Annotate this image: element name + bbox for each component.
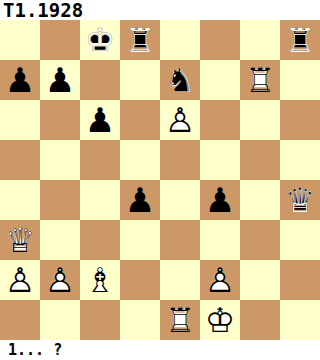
piece-outline: ♙ [200,260,240,300]
white-bishop[interactable]: ♝♗ [80,260,120,300]
square-f8[interactable] [200,20,240,60]
square-a3[interactable]: ♛♕ [0,220,40,260]
piece-outline: ♙ [160,100,200,140]
square-a7[interactable]: ♟ [0,60,40,100]
piece-fill: ♟ [80,100,120,140]
square-g2[interactable] [240,260,280,300]
square-d1[interactable] [120,300,160,340]
white-pawn[interactable]: ♟♙ [160,100,200,140]
black-knight[interactable]: ♞♘ [160,60,200,100]
square-g8[interactable] [240,20,280,60]
piece-outline: ♗ [80,260,120,300]
square-d3[interactable] [120,220,160,260]
square-f2[interactable]: ♟♙ [200,260,240,300]
white-rook[interactable]: ♜♖ [160,300,200,340]
square-d2[interactable] [120,260,160,300]
square-a1[interactable] [0,300,40,340]
square-f4[interactable]: ♟ [200,180,240,220]
square-d6[interactable] [120,100,160,140]
black-queen[interactable]: ♛♕ [280,180,320,220]
square-c1[interactable] [80,300,120,340]
square-b2[interactable]: ♟♙ [40,260,80,300]
black-king[interactable]: ♚♔ [80,20,120,60]
piece-outline: ♔ [200,300,240,340]
black-pawn[interactable]: ♟ [120,180,160,220]
white-queen[interactable]: ♛♕ [0,220,40,260]
square-a2[interactable]: ♟♙ [0,260,40,300]
piece-outline: ♙ [0,260,40,300]
square-c8[interactable]: ♚♔ [80,20,120,60]
move-prompt: 1... ? [0,340,320,360]
square-h1[interactable] [280,300,320,340]
square-h8[interactable]: ♜♖ [280,20,320,60]
piece-outline: ♖ [280,20,320,60]
square-e2[interactable] [160,260,200,300]
square-c5[interactable] [80,140,120,180]
square-e6[interactable]: ♟♙ [160,100,200,140]
square-e7[interactable]: ♞♘ [160,60,200,100]
square-g7[interactable]: ♜♖ [240,60,280,100]
square-h6[interactable] [280,100,320,140]
square-e4[interactable] [160,180,200,220]
white-pawn[interactable]: ♟♙ [40,260,80,300]
square-b7[interactable]: ♟ [40,60,80,100]
white-king[interactable]: ♚♔ [200,300,240,340]
square-e8[interactable] [160,20,200,60]
square-g1[interactable] [240,300,280,340]
white-pawn[interactable]: ♟♙ [0,260,40,300]
square-b1[interactable] [40,300,80,340]
square-a8[interactable] [0,20,40,60]
square-b5[interactable] [40,140,80,180]
square-d8[interactable]: ♜♖ [120,20,160,60]
piece-outline: ♕ [0,220,40,260]
square-h7[interactable] [280,60,320,100]
chess-board: ♚♔♜♖♜♖♟♟♞♘♜♖♟♟♙♟♟♛♕♛♕♟♙♟♙♝♗♟♙♜♖♚♔ [0,20,320,340]
square-a5[interactable] [0,140,40,180]
piece-outline: ♔ [80,20,120,60]
white-pawn[interactable]: ♟♙ [200,260,240,300]
square-c3[interactable] [80,220,120,260]
black-pawn[interactable]: ♟ [200,180,240,220]
square-b8[interactable] [40,20,80,60]
piece-outline: ♖ [120,20,160,60]
piece-fill: ♟ [40,60,80,100]
piece-outline: ♖ [240,60,280,100]
black-rook[interactable]: ♜♖ [120,20,160,60]
square-a4[interactable] [0,180,40,220]
black-pawn[interactable]: ♟ [40,60,80,100]
square-h2[interactable] [280,260,320,300]
square-g3[interactable] [240,220,280,260]
square-g4[interactable] [240,180,280,220]
piece-fill: ♟ [0,60,40,100]
square-f1[interactable]: ♚♔ [200,300,240,340]
square-f6[interactable] [200,100,240,140]
square-d7[interactable] [120,60,160,100]
black-pawn[interactable]: ♟ [80,100,120,140]
square-e5[interactable] [160,140,200,180]
square-h4[interactable]: ♛♕ [280,180,320,220]
square-c7[interactable] [80,60,120,100]
puzzle-title: T1.1928 [0,0,320,20]
square-e3[interactable] [160,220,200,260]
square-g5[interactable] [240,140,280,180]
square-f7[interactable] [200,60,240,100]
square-e1[interactable]: ♜♖ [160,300,200,340]
black-pawn[interactable]: ♟ [0,60,40,100]
piece-outline: ♕ [280,180,320,220]
square-f5[interactable] [200,140,240,180]
black-rook[interactable]: ♜♖ [280,20,320,60]
square-b4[interactable] [40,180,80,220]
piece-fill: ♟ [200,180,240,220]
square-c6[interactable]: ♟ [80,100,120,140]
piece-fill: ♟ [120,180,160,220]
square-h5[interactable] [280,140,320,180]
square-d5[interactable] [120,140,160,180]
square-d4[interactable]: ♟ [120,180,160,220]
square-b3[interactable] [40,220,80,260]
square-c2[interactable]: ♝♗ [80,260,120,300]
square-c4[interactable] [80,180,120,220]
square-g6[interactable] [240,100,280,140]
square-f3[interactable] [200,220,240,260]
puzzle-page: T1.1928 ♚♔♜♖♜♖♟♟♞♘♜♖♟♟♙♟♟♛♕♛♕♟♙♟♙♝♗♟♙♜♖♚… [0,0,320,360]
piece-outline: ♘ [160,60,200,100]
piece-outline: ♙ [40,260,80,300]
white-rook[interactable]: ♜♖ [240,60,280,100]
piece-outline: ♖ [160,300,200,340]
square-b6[interactable] [40,100,80,140]
square-a6[interactable] [0,100,40,140]
square-h3[interactable] [280,220,320,260]
